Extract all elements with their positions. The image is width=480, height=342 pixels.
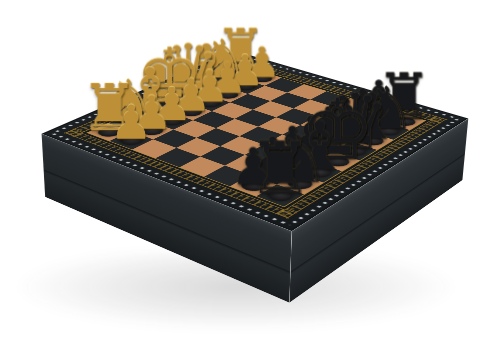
photo-backdrop: ♜♞♝♛♚♝♞♜♟♟♟♟♟♟♟♟♟♟♟♟♟♟♟♟♜♞♝♛♚♝♞♜ <box>0 0 480 342</box>
piece-black-rook-h8[interactable]: ♜ <box>235 132 325 196</box>
scene-3d: ♜♞♝♛♚♝♞♜♟♟♟♟♟♟♟♟♟♟♟♟♟♟♟♟♜♞♝♛♚♝♞♜ <box>0 0 480 342</box>
chess-board-case: ♜♞♝♛♚♝♞♜♟♟♟♟♟♟♟♟♟♟♟♟♟♟♟♟♜♞♝♛♚♝♞♜ <box>42 50 469 231</box>
piece-white-pawn-h2[interactable]: ♟ <box>90 99 172 141</box>
